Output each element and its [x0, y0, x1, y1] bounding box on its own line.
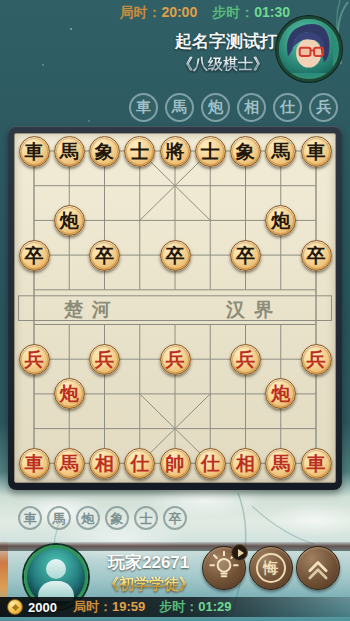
piece-車-89[interactable]: 車 [301, 448, 332, 479]
piece-車-09[interactable]: 車 [19, 448, 50, 479]
opponent-avatar-image [279, 19, 333, 73]
hint-play-badge [231, 544, 248, 561]
piece-兵-86[interactable]: 兵 [301, 344, 332, 375]
action-buttons: 悔 [202, 546, 340, 590]
opponent-move-timer: 步时：01:30 [212, 4, 290, 22]
opponent-name: 起名字测试打 [175, 30, 277, 53]
player-game-timer: 局时：19:59 [73, 598, 145, 616]
piece-帥-49[interactable]: 帥 [160, 448, 191, 479]
pieces-layer: 車馬象士將士象馬車炮炮卒卒卒卒卒兵兵兵兵兵炮炮車馬相仕帥仕相馬車 [15, 134, 335, 482]
piece-士-30[interactable]: 士 [124, 136, 155, 167]
piece-兵-46[interactable]: 兵 [160, 344, 191, 375]
piece-卒-83[interactable]: 卒 [301, 240, 332, 271]
piece-仕-39[interactable]: 仕 [124, 448, 155, 479]
game-time-value: 20:00 [161, 4, 197, 20]
opponent-captured-tray: 車馬炮相仕兵 [129, 93, 338, 122]
piece-兵-66[interactable]: 兵 [230, 344, 261, 375]
piece-炮-17[interactable]: 炮 [54, 378, 85, 409]
piece-馬-70[interactable]: 馬 [265, 136, 296, 167]
opponent-avatar[interactable] [276, 16, 342, 82]
opponent-game-timer: 局时：20:00 [119, 4, 197, 22]
undo-button[interactable]: 悔 [249, 546, 293, 590]
piece-馬-19[interactable]: 馬 [54, 448, 85, 479]
player-captured-tray: 車馬炮象士卒 [18, 506, 187, 530]
match-timers: 局时：20:00 步时：01:30 [0, 4, 290, 22]
coin-icon [7, 599, 23, 615]
captured-slot-相: 相 [237, 93, 266, 122]
player-rank-badge: 《初学学徒》 [104, 575, 194, 594]
stars-decoration [70, 28, 72, 30]
collapse-button[interactable] [296, 546, 340, 590]
player-stats-bar: 2000 局时：19:59 步时：01:29 [0, 597, 350, 617]
piece-馬-79[interactable]: 馬 [265, 448, 296, 479]
game-time-label: 局时： [119, 4, 161, 20]
piece-象-20[interactable]: 象 [89, 136, 120, 167]
user-icon [46, 559, 66, 579]
board-surface[interactable]: 楚河 汉界 車馬象士將士象馬車炮炮卒卒卒卒卒兵兵兵兵兵炮炮車馬相仕帥仕相馬車 [14, 133, 336, 483]
hint-button[interactable] [202, 546, 246, 590]
captured-slot-仕: 仕 [273, 93, 302, 122]
piece-卒-23[interactable]: 卒 [89, 240, 120, 271]
captured-slot-馬: 馬 [47, 506, 71, 530]
captured-slot-士: 士 [134, 506, 158, 530]
undo-label: 悔 [264, 559, 279, 578]
xiangqi-game-screen: 局时：20:00 步时：01:30 起名字测试打 《八级棋士》 車馬 [0, 0, 350, 621]
piece-將-40[interactable]: 將 [160, 136, 191, 167]
piece-象-60[interactable]: 象 [230, 136, 261, 167]
player-move-timer: 步时：01:29 [159, 598, 231, 616]
piece-士-50[interactable]: 士 [195, 136, 226, 167]
piece-馬-10[interactable]: 馬 [54, 136, 85, 167]
double-up-arrow-icon [298, 548, 338, 588]
opponent-rank-badge: 《八级棋士》 [178, 55, 268, 74]
xiangqi-board: 楚河 汉界 車馬象士將士象馬車炮炮卒卒卒卒卒兵兵兵兵兵炮炮車馬相仕帥仕相馬車 [8, 126, 342, 490]
piece-卒-43[interactable]: 卒 [160, 240, 191, 271]
piece-炮-72[interactable]: 炮 [265, 205, 296, 236]
piece-相-29[interactable]: 相 [89, 448, 120, 479]
piece-相-69[interactable]: 相 [230, 448, 261, 479]
piece-車-00[interactable]: 車 [19, 136, 50, 167]
move-time-label: 步时： [212, 4, 254, 20]
captured-slot-卒: 卒 [163, 506, 187, 530]
captured-slot-馬: 馬 [165, 93, 194, 122]
piece-卒-03[interactable]: 卒 [19, 240, 50, 271]
coin-balance: 2000 [28, 600, 57, 615]
captured-slot-車: 車 [129, 93, 158, 122]
piece-炮-77[interactable]: 炮 [265, 378, 296, 409]
undo-icon: 悔 [256, 553, 286, 583]
captured-slot-兵: 兵 [309, 93, 338, 122]
piece-炮-12[interactable]: 炮 [54, 205, 85, 236]
play-icon [238, 549, 244, 557]
captured-slot-炮: 炮 [76, 506, 100, 530]
captured-slot-象: 象 [105, 506, 129, 530]
piece-兵-26[interactable]: 兵 [89, 344, 120, 375]
piece-兵-06[interactable]: 兵 [19, 344, 50, 375]
piece-仕-59[interactable]: 仕 [195, 448, 226, 479]
piece-車-80[interactable]: 車 [301, 136, 332, 167]
captured-slot-炮: 炮 [201, 93, 230, 122]
player-name: 玩家22671 [108, 551, 189, 574]
move-time-value: 01:30 [254, 4, 290, 20]
captured-slot-車: 車 [18, 506, 42, 530]
piece-卒-63[interactable]: 卒 [230, 240, 261, 271]
